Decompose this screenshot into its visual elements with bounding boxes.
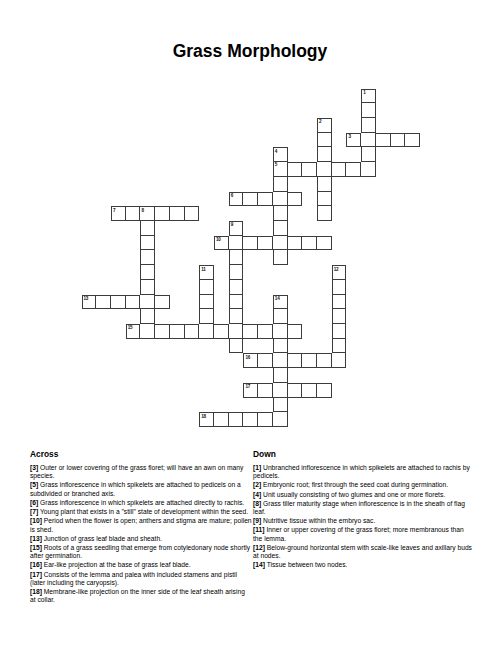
- cell-r20c12[interactable]: [258, 383, 273, 398]
- cell-r8c2[interactable]: 7: [111, 206, 126, 221]
- cell-r3c19[interactable]: [361, 133, 376, 148]
- across-clue-17[interactable]: [17] Consists of the lemma and palea wit…: [30, 571, 252, 588]
- cell-r10c13[interactable]: [273, 236, 288, 251]
- cell-r20c11[interactable]: 17: [243, 383, 258, 398]
- across-clue-3-number: [3]: [30, 464, 38, 471]
- cell-r9c13[interactable]: [273, 221, 288, 236]
- cell-r15c10[interactable]: [229, 309, 244, 324]
- cell-r20c13[interactable]: [273, 383, 288, 398]
- cell-r22c12[interactable]: [258, 412, 273, 427]
- down-clue-2-number: [2]: [253, 481, 261, 488]
- down-clue-11-number: [11]: [253, 526, 265, 533]
- down-clue-8-number: [8]: [253, 500, 261, 507]
- cell-r12c4[interactable]: [140, 265, 155, 280]
- cell-r17c10[interactable]: [229, 339, 244, 354]
- cell-r3c20[interactable]: [376, 133, 391, 148]
- down-clue-14[interactable]: [14] Tissue between two nodes.: [253, 561, 472, 569]
- cell-r7c10[interactable]: 6: [229, 192, 244, 207]
- across-header: Across: [30, 449, 252, 459]
- clue-number-14: 14: [275, 296, 280, 301]
- clue-number-7: 7: [113, 208, 115, 213]
- clue-number-2: 2: [319, 119, 321, 124]
- cell-r20c15[interactable]: [302, 383, 317, 398]
- cell-r18c13[interactable]: [273, 353, 288, 368]
- cell-r8c16[interactable]: [317, 206, 332, 221]
- across-clue-13[interactable]: [13] Junction of grass leaf blade and sh…: [30, 535, 252, 543]
- cell-r18c14[interactable]: [288, 353, 303, 368]
- cell-r2c19[interactable]: [361, 118, 376, 133]
- cell-r20c14[interactable]: [288, 383, 303, 398]
- cell-r0c19[interactable]: 1: [361, 89, 376, 104]
- clue-number-11: 11: [201, 267, 205, 272]
- cell-r14c17[interactable]: [332, 295, 347, 310]
- cell-r13c10[interactable]: [229, 280, 244, 295]
- cell-r18c16[interactable]: [317, 353, 332, 368]
- cell-r6c13[interactable]: [273, 177, 288, 192]
- cell-r15c4[interactable]: [140, 309, 155, 324]
- across-clue-10[interactable]: [10] Period when the flower is open; ant…: [30, 517, 252, 534]
- clue-number-13: 13: [84, 296, 89, 301]
- cell-r16c11[interactable]: [243, 324, 258, 339]
- cell-r3c18[interactable]: 3: [346, 133, 361, 148]
- cell-r16c14[interactable]: [288, 324, 303, 339]
- down-clues: Down [1] Unbranched inflorescence in whi…: [253, 449, 472, 571]
- cell-r16c5[interactable]: [155, 324, 170, 339]
- cell-r4c13[interactable]: 4: [273, 147, 288, 162]
- cell-r2c16[interactable]: 2: [317, 118, 332, 133]
- clue-number-9: 9: [231, 222, 233, 227]
- cell-r8c13[interactable]: [273, 206, 288, 221]
- cell-r5c13[interactable]: 5: [273, 162, 288, 177]
- cell-r10c14[interactable]: [288, 236, 303, 251]
- down-header: Down: [253, 449, 472, 459]
- cell-r5c19[interactable]: [361, 162, 376, 177]
- across-clue-18[interactable]: [18] Membrane-like projection on the inn…: [30, 588, 252, 605]
- cell-r1c19[interactable]: [361, 103, 376, 118]
- across-clue-16-number: [16]: [30, 561, 42, 568]
- cell-r18c12[interactable]: [258, 353, 273, 368]
- across-clue-13-number: [13]: [30, 535, 42, 542]
- cell-r16c12[interactable]: [258, 324, 273, 339]
- cell-r10c4[interactable]: [140, 236, 155, 251]
- across-clue-6-number: [6]: [30, 499, 38, 506]
- clue-number-12: 12: [334, 267, 339, 272]
- cell-r5c14[interactable]: [288, 162, 303, 177]
- cell-r18c15[interactable]: [302, 353, 317, 368]
- down-clue-11[interactable]: [11] Inner or upper covering of the gras…: [253, 526, 472, 543]
- clue-number-5: 5: [275, 162, 277, 167]
- down-clue-4[interactable]: [4] Unit usually consisting of two glume…: [253, 491, 472, 499]
- cell-r14c0[interactable]: 13: [82, 295, 97, 310]
- cell-r3c22[interactable]: [405, 133, 420, 148]
- cell-r7c16[interactable]: [317, 192, 332, 207]
- crossword-grid: 123456789101112131415161718: [82, 89, 421, 428]
- cell-r13c17[interactable]: [332, 280, 347, 295]
- across-clue-6[interactable]: [6] Grass inflorescence in which spikele…: [30, 499, 252, 507]
- cell-r11c4[interactable]: [140, 250, 155, 265]
- cell-r5c17[interactable]: [332, 162, 347, 177]
- cell-r16c13[interactable]: [273, 324, 288, 339]
- cell-r14c8[interactable]: [199, 295, 214, 310]
- clue-number-10: 10: [216, 237, 221, 242]
- cell-r5c15[interactable]: [302, 162, 317, 177]
- cell-r10c16[interactable]: [317, 236, 332, 251]
- cell-r14c3[interactable]: [126, 295, 141, 310]
- cell-r22c10[interactable]: [229, 412, 244, 427]
- cell-r4c19[interactable]: [361, 147, 376, 162]
- across-clue-15[interactable]: [15] Roots of a grass seedling that emer…: [30, 544, 252, 561]
- down-clue-12[interactable]: [12] Below-ground horizontal stem with s…: [253, 544, 472, 561]
- across-clue-16[interactable]: [16] Ear-like projection at the base of …: [30, 561, 252, 569]
- across-clue-5[interactable]: [5] Grass inflorescence in which spikele…: [30, 481, 252, 498]
- cell-r14c5[interactable]: [155, 295, 170, 310]
- cell-r4c16[interactable]: [317, 147, 332, 162]
- cell-r11c10[interactable]: [229, 250, 244, 265]
- cell-r10c11[interactable]: [243, 236, 258, 251]
- cell-r14c10[interactable]: [229, 295, 244, 310]
- cell-r16c3[interactable]: 15: [126, 324, 141, 339]
- cell-r10c12[interactable]: [258, 236, 273, 251]
- cell-r14c4[interactable]: [140, 295, 155, 310]
- clue-number-4: 4: [275, 149, 277, 154]
- down-clue-9-number: [9]: [253, 517, 261, 524]
- across-clue-17-number: [17]: [30, 571, 42, 578]
- across-clue-15-number: [15]: [30, 544, 42, 551]
- cell-r6c16[interactable]: [317, 177, 332, 192]
- down-clue-8[interactable]: [8] Grass tiller maturity stage when inf…: [253, 500, 472, 517]
- cell-r16c8[interactable]: [199, 324, 214, 339]
- cell-r10c9[interactable]: 10: [214, 236, 229, 251]
- cell-r14c1[interactable]: [96, 295, 111, 310]
- cell-r8c5[interactable]: [155, 206, 170, 221]
- cell-r22c8[interactable]: 18: [199, 412, 214, 427]
- clue-number-16: 16: [245, 355, 250, 360]
- cell-r19c13[interactable]: [273, 368, 288, 383]
- cell-r16c4[interactable]: [140, 324, 155, 339]
- cell-r15c13[interactable]: [273, 309, 288, 324]
- cell-r17c17[interactable]: [332, 339, 347, 354]
- across-clue-18-number: [18]: [30, 588, 42, 595]
- cell-r10c10[interactable]: [229, 236, 244, 251]
- cell-r7c11[interactable]: [243, 192, 258, 207]
- cell-r18c17[interactable]: [332, 353, 347, 368]
- across-clue-10-number: [10]: [30, 517, 42, 524]
- clue-number-1: 1: [363, 90, 365, 95]
- cell-r8c7[interactable]: [185, 206, 200, 221]
- cell-r16c10[interactable]: [229, 324, 244, 339]
- cell-r16c9[interactable]: [214, 324, 229, 339]
- cell-r22c9[interactable]: [214, 412, 229, 427]
- cell-r22c13[interactable]: [273, 412, 288, 427]
- cell-r5c16[interactable]: [317, 162, 332, 177]
- down-clue-1-number: [1]: [253, 464, 261, 471]
- cell-r14c2[interactable]: [111, 295, 126, 310]
- cell-r7c14[interactable]: [288, 192, 303, 207]
- cell-r8c3[interactable]: [126, 206, 141, 221]
- down-clue-14-number: [14]: [253, 561, 265, 568]
- cell-r15c17[interactable]: [332, 309, 347, 324]
- cell-r8c4[interactable]: 8: [140, 206, 155, 221]
- across-clue-7-number: [7]: [30, 508, 38, 515]
- clue-number-6: 6: [231, 193, 233, 198]
- cell-r22c11[interactable]: [243, 412, 258, 427]
- cell-r12c17[interactable]: 12: [332, 265, 347, 280]
- cell-r21c13[interactable]: [273, 398, 288, 413]
- cell-r12c8[interactable]: 11: [199, 265, 214, 280]
- cell-r12c10[interactable]: [229, 265, 244, 280]
- across-clue-3[interactable]: [3] Outer or lower covering of the grass…: [30, 464, 252, 481]
- cell-r18c11[interactable]: 16: [243, 353, 258, 368]
- cell-r16c7[interactable]: [185, 324, 200, 339]
- clue-number-3: 3: [348, 134, 350, 139]
- cell-r8c6[interactable]: [170, 206, 185, 221]
- cell-r7c12[interactable]: [258, 192, 273, 207]
- cell-r10c15[interactable]: [302, 236, 317, 251]
- cell-r15c8[interactable]: [199, 309, 214, 324]
- clue-number-8: 8: [141, 208, 143, 213]
- cell-r20c16[interactable]: [317, 383, 332, 398]
- cell-r11c13[interactable]: [273, 250, 288, 265]
- clue-number-15: 15: [128, 325, 133, 330]
- cell-r9c4[interactable]: [140, 221, 155, 236]
- cell-r16c6[interactable]: [170, 324, 185, 339]
- cell-r16c17[interactable]: [332, 324, 347, 339]
- cell-r7c13[interactable]: [273, 192, 288, 207]
- cell-r3c21[interactable]: [391, 133, 406, 148]
- cell-r3c16[interactable]: [317, 133, 332, 148]
- cell-r17c13[interactable]: [273, 339, 288, 354]
- clue-number-18: 18: [201, 414, 206, 419]
- cell-r13c4[interactable]: [140, 280, 155, 295]
- down-clue-1[interactable]: [1] Unbranched inflorescence in which sp…: [253, 464, 472, 481]
- down-clue-2[interactable]: [2] Embryonic root; first through the se…: [253, 481, 472, 489]
- down-clue-12-number: [12]: [253, 544, 265, 551]
- across-clue-7[interactable]: [7] Young plant that exists in a "still"…: [30, 508, 252, 516]
- cell-r9c10[interactable]: 9: [229, 221, 244, 236]
- down-clue-9[interactable]: [9] Nutritive tissue within the embryo s…: [253, 517, 472, 525]
- across-clue-5-number: [5]: [30, 481, 38, 488]
- clue-number-17: 17: [245, 384, 250, 389]
- across-clues: Across [3] Outer or lower covering of th…: [30, 449, 252, 605]
- cell-r14c13[interactable]: 14: [273, 295, 288, 310]
- page-title: Grass Morphology: [0, 41, 500, 62]
- cell-r13c8[interactable]: [199, 280, 214, 295]
- cell-r5c18[interactable]: [346, 162, 361, 177]
- down-clue-4-number: [4]: [253, 491, 261, 498]
